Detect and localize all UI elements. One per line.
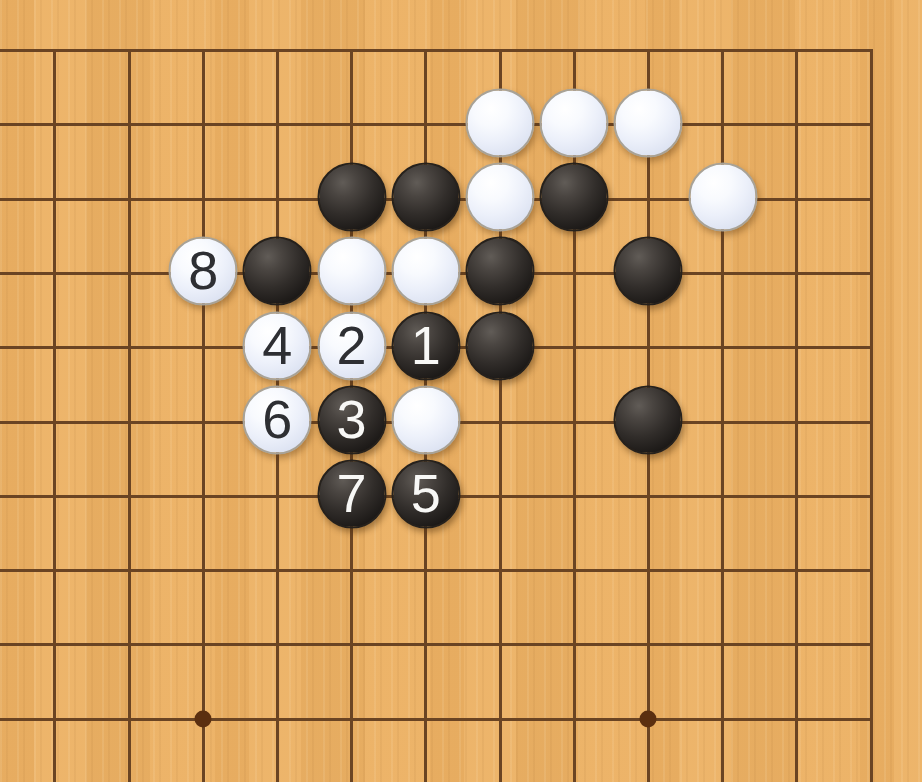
star-point [195, 711, 212, 728]
stone-white[interactable] [688, 163, 757, 232]
grid-line-vertical [721, 49, 724, 782]
grid-line-horizontal [0, 49, 872, 52]
go-board-screenshot: 84216375 [0, 0, 922, 782]
stone-black[interactable] [614, 386, 683, 455]
stone-white[interactable] [466, 163, 535, 232]
grid-line-horizontal [0, 569, 872, 572]
stone-black[interactable]: 5 [391, 460, 460, 529]
grid-line-vertical [53, 49, 56, 782]
stone-white[interactable] [391, 386, 460, 455]
stone-black[interactable] [391, 163, 460, 232]
grid-line-vertical [499, 49, 502, 782]
grid-line-horizontal [0, 123, 872, 126]
stone-white[interactable] [317, 237, 386, 306]
move-number-label: 5 [411, 466, 441, 523]
stone-black[interactable] [466, 311, 535, 380]
move-number-label: 2 [337, 317, 367, 374]
grid-line-horizontal [0, 718, 872, 721]
grid-line-vertical [795, 49, 798, 782]
stone-white[interactable] [466, 88, 535, 157]
stone-white[interactable] [540, 88, 609, 157]
move-number-label: 8 [188, 243, 218, 300]
star-point [640, 711, 657, 728]
go-board[interactable]: 84216375 [0, 0, 922, 782]
grid-line-vertical [870, 49, 873, 782]
move-number-label: 4 [262, 317, 292, 374]
move-number-label: 6 [262, 392, 292, 449]
grid-line-vertical [202, 49, 205, 782]
move-number-label: 3 [337, 392, 367, 449]
move-number-label: 7 [337, 466, 367, 523]
grid-line-horizontal [0, 643, 872, 646]
stone-white[interactable]: 4 [243, 311, 312, 380]
stone-black[interactable] [614, 237, 683, 306]
stone-white[interactable]: 2 [317, 311, 386, 380]
stone-black[interactable] [243, 237, 312, 306]
stone-white[interactable] [391, 237, 460, 306]
stone-black[interactable]: 1 [391, 311, 460, 380]
grid-line-vertical [573, 49, 576, 782]
stone-black[interactable]: 7 [317, 460, 386, 529]
stone-white[interactable]: 6 [243, 386, 312, 455]
stone-black[interactable]: 3 [317, 386, 386, 455]
stone-black[interactable] [540, 163, 609, 232]
stone-white[interactable]: 8 [169, 237, 238, 306]
stone-black[interactable] [317, 163, 386, 232]
move-number-label: 1 [411, 317, 441, 374]
stone-black[interactable] [466, 237, 535, 306]
stone-white[interactable] [614, 88, 683, 157]
grid-line-vertical [128, 49, 131, 782]
